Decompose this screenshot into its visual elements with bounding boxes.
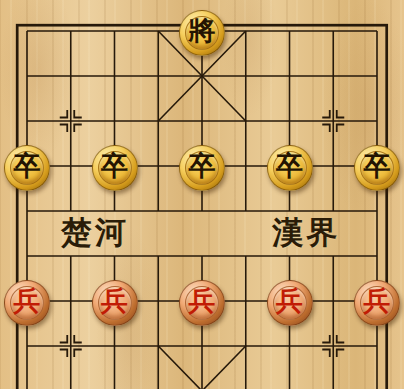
piece-glyph: 卒 — [276, 153, 303, 180]
board-grid — [0, 0, 404, 389]
piece-red-pawn-i6[interactable]: 兵 — [354, 280, 400, 326]
piece-glyph: 卒 — [364, 153, 391, 180]
piece-red-pawn-a6[interactable]: 兵 — [4, 280, 50, 326]
piece-red-pawn-e6[interactable]: 兵 — [179, 280, 225, 326]
piece-face: 卒 — [273, 151, 307, 185]
piece-face: 將 — [185, 16, 219, 50]
piece-face: 兵 — [185, 286, 219, 320]
river-label-chu-he: 楚河 — [61, 212, 129, 254]
river-label-han-jie: 漢界 — [272, 212, 340, 254]
piece-red-pawn-g6[interactable]: 兵 — [267, 280, 313, 326]
piece-glyph: 兵 — [276, 288, 303, 315]
piece-black-pawn-c3[interactable]: 卒 — [92, 145, 138, 191]
piece-black-pawn-a3[interactable]: 卒 — [4, 145, 50, 191]
piece-glyph: 卒 — [189, 153, 216, 180]
piece-face: 卒 — [360, 151, 394, 185]
piece-face: 兵 — [273, 286, 307, 320]
piece-black-pawn-g3[interactable]: 卒 — [267, 145, 313, 191]
piece-glyph: 兵 — [364, 288, 391, 315]
piece-glyph: 兵 — [101, 288, 128, 315]
piece-black-general[interactable]: 將 — [179, 10, 225, 56]
piece-glyph: 兵 — [189, 288, 216, 315]
piece-face: 兵 — [360, 286, 394, 320]
piece-glyph: 卒 — [101, 153, 128, 180]
piece-glyph: 將 — [189, 18, 216, 45]
xiangqi-board[interactable]: 楚河 漢界 將卒卒卒卒卒兵兵兵兵兵 — [0, 0, 404, 389]
piece-glyph: 卒 — [14, 153, 41, 180]
piece-face: 卒 — [98, 151, 132, 185]
piece-black-pawn-e3[interactable]: 卒 — [179, 145, 225, 191]
piece-red-pawn-c6[interactable]: 兵 — [92, 280, 138, 326]
piece-face: 卒 — [10, 151, 44, 185]
piece-black-pawn-i3[interactable]: 卒 — [354, 145, 400, 191]
piece-face: 兵 — [98, 286, 132, 320]
piece-glyph: 兵 — [14, 288, 41, 315]
piece-face: 兵 — [10, 286, 44, 320]
piece-face: 卒 — [185, 151, 219, 185]
